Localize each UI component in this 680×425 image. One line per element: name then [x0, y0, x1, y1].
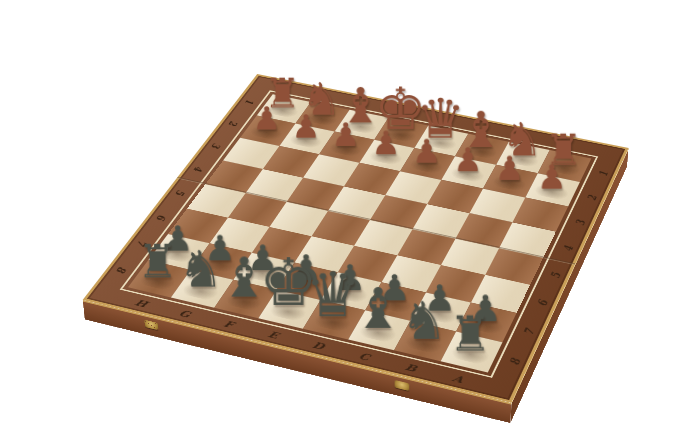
square-d1: ♛ [414, 126, 468, 157]
coord-number-3: 3 [555, 212, 604, 233]
square-c3 [427, 180, 483, 213]
white-knight: ♞ [289, 80, 353, 118]
white-knight: ♞ [489, 120, 555, 159]
coord-number-2: 2 [567, 188, 615, 208]
square-g4 [246, 169, 303, 202]
white-pawn: ♟ [313, 121, 379, 148]
piece-shadow [533, 182, 572, 201]
perspective-wrapper: ♜♞♝♚♛♝♞♜♟♟♟♟♟♟♟♟♟♟♟♟♟♟♟♟♜♞♝♚♛♝♞♜ HGFEDCB… [0, 0, 680, 425]
brass-clasp [394, 380, 409, 391]
white-rook: ♜ [531, 132, 597, 168]
piece-shadow [342, 117, 380, 135]
piece-shadow [503, 150, 541, 168]
coord-number-4: 4 [175, 159, 223, 178]
black-rook: ♜ [433, 313, 508, 354]
piece-shadow [449, 164, 488, 183]
square-e1: ♚ [374, 118, 428, 148]
piece-shadow [462, 141, 500, 159]
white-queen: ♛ [408, 96, 473, 143]
product-photo: ♜♞♝♚♛♝♞♜♟♟♟♟♟♟♟♟♟♟♟♟♟♟♟♟♜♞♝♚♛♝♞♜ HGFEDCB… [0, 0, 680, 425]
square-e3 [344, 163, 400, 196]
square-g1: ♞ [295, 102, 349, 132]
piece-shadow [287, 131, 325, 149]
square-f1: ♝ [335, 110, 389, 140]
piece-shadow [327, 139, 365, 157]
piece-shadow [303, 109, 341, 126]
coord-number-1: 1 [227, 93, 272, 110]
coord-number-1: 1 [579, 164, 626, 183]
coord-number-2: 2 [210, 114, 256, 132]
square-b2: ♟ [483, 165, 538, 198]
white-bishop: ♝ [328, 85, 393, 126]
square-d2: ♟ [400, 148, 455, 180]
piece-shadow [382, 125, 420, 143]
piece-shadow [408, 156, 446, 175]
white-king: ♚ [368, 85, 433, 135]
square-f2: ♟ [319, 132, 374, 163]
white-pawn: ♟ [434, 146, 501, 174]
white-pawn: ♟ [393, 138, 459, 166]
brass-clasp [144, 319, 158, 330]
chess-board: ♜♞♝♚♛♝♞♜♟♟♟♟♟♟♟♟♟♟♟♟♟♟♟♟♜♞♝♚♛♝♞♜ HGFEDCB… [83, 74, 629, 403]
piece-shadow [490, 173, 529, 192]
square-e4 [328, 186, 385, 220]
coord-number-3: 3 [193, 137, 240, 155]
white-pawn: ♟ [353, 129, 419, 157]
square-e2: ♟ [359, 140, 414, 171]
square-b1: ♞ [496, 142, 550, 174]
piece-shadow [545, 158, 583, 177]
square-b3 [470, 189, 526, 223]
square-a8: ♜ [441, 331, 503, 372]
white-bishop: ♝ [448, 109, 514, 151]
square-f4 [287, 178, 344, 211]
white-pawn: ♟ [273, 113, 338, 140]
square-f3 [303, 154, 359, 186]
white-pawn: ♟ [518, 163, 586, 191]
white-pawn: ♟ [476, 155, 543, 183]
piece-shadow [264, 101, 301, 118]
piece-shadow [422, 133, 460, 151]
square-d3 [385, 171, 441, 204]
coord-number-5: 5 [156, 183, 204, 203]
square-c2: ♟ [441, 156, 496, 188]
square-g2: ♟ [279, 124, 334, 155]
square-c1: ♝ [455, 134, 509, 165]
piece-shadow [367, 148, 405, 166]
square-g3 [263, 146, 319, 178]
